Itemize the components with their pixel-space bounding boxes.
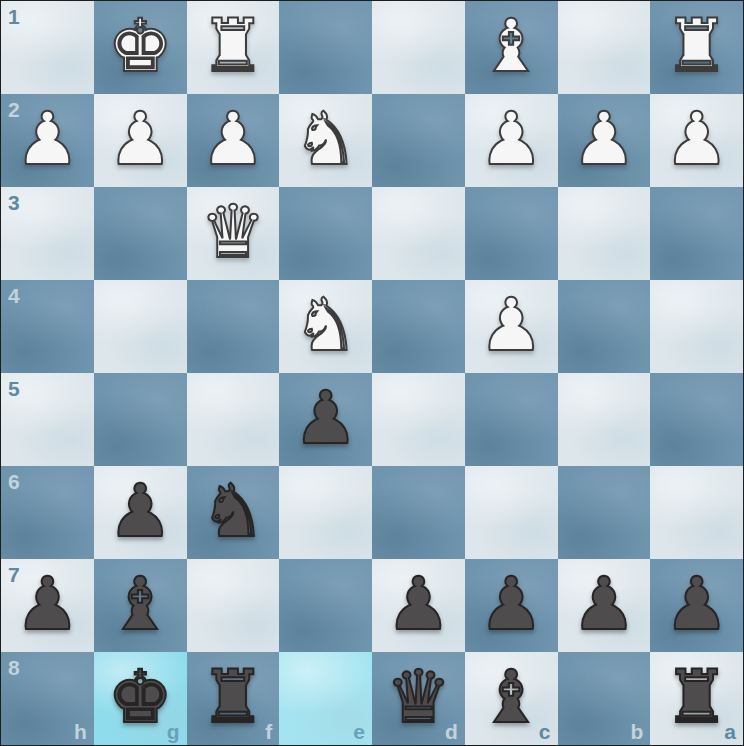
piece-white-pawn[interactable]: ♟ (107, 92, 172, 185)
piece-black-bishop[interactable]: ♝ (107, 557, 172, 650)
square-f7[interactable] (187, 559, 280, 652)
square-d8[interactable]: d♛ (372, 652, 465, 745)
square-a1[interactable]: ♜ (650, 1, 743, 94)
piece-white-pawn[interactable]: ♟ (478, 92, 543, 185)
piece-black-pawn[interactable]: ♟ (15, 557, 80, 650)
square-b8[interactable]: b (558, 652, 651, 745)
square-b4[interactable] (558, 280, 651, 373)
square-e4[interactable]: ♞ (279, 280, 372, 373)
square-f4[interactable] (187, 280, 280, 373)
square-f8[interactable]: f♜ (187, 652, 280, 745)
rank-label-4: 4 (8, 285, 20, 306)
square-b2[interactable]: ♟ (558, 94, 651, 187)
square-h6[interactable]: 6 (1, 466, 94, 559)
square-g4[interactable] (94, 280, 187, 373)
square-e7[interactable] (279, 559, 372, 652)
file-label-h: h (74, 721, 87, 742)
square-b1[interactable] (558, 1, 651, 94)
piece-white-rook[interactable]: ♜ (664, 0, 729, 92)
square-e6[interactable] (279, 466, 372, 559)
square-c2[interactable]: ♟ (465, 94, 558, 187)
square-d4[interactable] (372, 280, 465, 373)
square-f3[interactable]: ♛ (187, 187, 280, 280)
square-a4[interactable] (650, 280, 743, 373)
square-e2[interactable]: ♞ (279, 94, 372, 187)
file-label-f: f (265, 721, 272, 742)
piece-black-knight[interactable]: ♞ (200, 464, 265, 557)
square-d2[interactable] (372, 94, 465, 187)
square-h7[interactable]: 7♟ (1, 559, 94, 652)
square-h8[interactable]: 8h (1, 652, 94, 745)
rank-label-3: 3 (8, 192, 20, 213)
piece-white-pawn[interactable]: ♟ (478, 278, 543, 371)
square-c3[interactable] (465, 187, 558, 280)
piece-black-bishop[interactable]: ♝ (478, 650, 543, 743)
rank-label-6: 6 (8, 471, 20, 492)
square-f2[interactable]: ♟ (187, 94, 280, 187)
square-a5[interactable] (650, 373, 743, 466)
file-label-b: b (630, 721, 643, 742)
square-f1[interactable]: ♜ (187, 1, 280, 94)
square-f6[interactable]: ♞ (187, 466, 280, 559)
chess-board: 1♚♜♝♜2♟♟♟♞♟♟♟3♛4♞♟5♟6♟♞7♟♝♟♟♟♟8hg♚f♜ed♛c… (0, 0, 744, 746)
square-h3[interactable]: 3 (1, 187, 94, 280)
square-g2[interactable]: ♟ (94, 94, 187, 187)
piece-white-knight[interactable]: ♞ (293, 92, 358, 185)
piece-black-pawn[interactable]: ♟ (293, 371, 358, 464)
square-d7[interactable]: ♟ (372, 559, 465, 652)
square-c6[interactable] (465, 466, 558, 559)
piece-white-queen[interactable]: ♛ (200, 185, 265, 278)
piece-black-pawn[interactable]: ♟ (386, 557, 451, 650)
square-a3[interactable] (650, 187, 743, 280)
piece-black-pawn[interactable]: ♟ (664, 557, 729, 650)
piece-black-pawn[interactable]: ♟ (571, 557, 636, 650)
square-g6[interactable]: ♟ (94, 466, 187, 559)
square-e1[interactable] (279, 1, 372, 94)
piece-white-pawn[interactable]: ♟ (15, 92, 80, 185)
square-h1[interactable]: 1 (1, 1, 94, 94)
square-f5[interactable] (187, 373, 280, 466)
square-b5[interactable] (558, 373, 651, 466)
square-a8[interactable]: a♜ (650, 652, 743, 745)
piece-white-king[interactable]: ♚ (107, 0, 172, 92)
square-d5[interactable] (372, 373, 465, 466)
piece-black-pawn[interactable]: ♟ (107, 464, 172, 557)
square-d3[interactable] (372, 187, 465, 280)
square-a7[interactable]: ♟ (650, 559, 743, 652)
piece-white-bishop[interactable]: ♝ (478, 0, 543, 92)
square-e8[interactable]: e (279, 652, 372, 745)
square-b6[interactable] (558, 466, 651, 559)
piece-black-queen[interactable]: ♛ (386, 650, 451, 743)
square-g1[interactable]: ♚ (94, 1, 187, 94)
square-g5[interactable] (94, 373, 187, 466)
piece-white-rook[interactable]: ♜ (200, 0, 265, 92)
square-d6[interactable] (372, 466, 465, 559)
square-b3[interactable] (558, 187, 651, 280)
piece-white-knight[interactable]: ♞ (293, 278, 358, 371)
rank-label-5: 5 (8, 378, 20, 399)
rank-label-1: 1 (8, 6, 20, 27)
square-c5[interactable] (465, 373, 558, 466)
square-g8[interactable]: g♚ (94, 652, 187, 745)
square-d1[interactable] (372, 1, 465, 94)
square-c8[interactable]: c♝ (465, 652, 558, 745)
square-h4[interactable]: 4 (1, 280, 94, 373)
square-e3[interactable] (279, 187, 372, 280)
square-a2[interactable]: ♟ (650, 94, 743, 187)
square-c1[interactable]: ♝ (465, 1, 558, 94)
rank-label-8: 8 (8, 657, 20, 678)
piece-black-king[interactable]: ♚ (107, 650, 172, 743)
piece-white-pawn[interactable]: ♟ (200, 92, 265, 185)
square-e5[interactable]: ♟ (279, 373, 372, 466)
piece-white-pawn[interactable]: ♟ (571, 92, 636, 185)
square-c7[interactable]: ♟ (465, 559, 558, 652)
square-a6[interactable] (650, 466, 743, 559)
square-g3[interactable] (94, 187, 187, 280)
square-h2[interactable]: 2♟ (1, 94, 94, 187)
square-h5[interactable]: 5 (1, 373, 94, 466)
piece-black-rook[interactable]: ♜ (664, 650, 729, 743)
piece-white-pawn[interactable]: ♟ (664, 92, 729, 185)
file-label-e: e (353, 721, 365, 742)
square-g7[interactable]: ♝ (94, 559, 187, 652)
piece-black-pawn[interactable]: ♟ (478, 557, 543, 650)
square-b7[interactable]: ♟ (558, 559, 651, 652)
square-c4[interactable]: ♟ (465, 280, 558, 373)
piece-black-rook[interactable]: ♜ (200, 650, 265, 743)
